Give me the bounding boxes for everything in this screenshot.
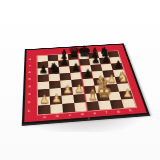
piece-white-bishop[interactable]: ♝ [86, 88, 99, 102]
square-b6[interactable]: ♞ [48, 67, 59, 74]
square-d3[interactable]: ♟ [72, 86, 85, 94]
square-d6[interactable]: ♟ [69, 66, 81, 73]
piece-black-pawn[interactable]: ♟ [39, 65, 48, 75]
board-red-border: 87654321 abcdefgh ♝♛♚♝♞♟♟♟♟♞♟♟♟♟♟♞♟♟♛♟♟♝… [22, 43, 150, 124]
piece-white-pawn[interactable]: ♟ [122, 88, 132, 99]
piece-black-pawn[interactable]: ♟ [114, 60, 123, 70]
rank-label-8: 8 [29, 58, 31, 60]
file-label-d: d [81, 113, 84, 116]
file-label-b: b [56, 115, 59, 119]
rank-labels: 87654321 [27, 56, 31, 115]
board-grid: ♝♛♚♝♞♟♟♟♟♞♟♟♟♟♟♞♟♟♛♟♟♝♚♟ [38, 51, 136, 114]
file-label-h: h [129, 109, 133, 112]
piece-black-pawn[interactable]: ♟ [102, 54, 111, 63]
square-h1[interactable] [121, 99, 135, 108]
rank-label-3: 3 [28, 93, 31, 96]
square-a5[interactable] [38, 74, 49, 82]
piece-black-pawn[interactable]: ♟ [83, 69, 92, 79]
square-f7[interactable]: ♟ [89, 58, 101, 65]
board-playing-area: ♝♛♚♝♞♟♟♟♟♞♟♟♟♟♟♞♟♟♛♟♟♝♚♟ [38, 51, 136, 114]
chess-board: 87654321 abcdefgh ♝♛♚♝♞♟♟♟♟♞♟♟♟♟♟♞♟♟♛♟♟♝… [22, 43, 150, 124]
square-a1[interactable] [38, 105, 51, 115]
file-label-g: g [117, 110, 121, 113]
rank-label-2: 2 [28, 101, 31, 104]
file-label-f: f [105, 111, 107, 114]
piece-black-knight[interactable]: ♞ [48, 61, 59, 74]
piece-black-pawn[interactable]: ♟ [60, 57, 69, 67]
piece-white-pawn[interactable]: ♟ [74, 84, 84, 95]
piece-white-pawn[interactable]: ♟ [39, 94, 49, 105]
square-e2[interactable]: ♝ [85, 93, 98, 102]
square-a6[interactable]: ♟ [38, 68, 49, 75]
file-label-a: a [43, 116, 46, 120]
chess-set-photo: 87654321 abcdefgh ♝♛♚♝♞♟♟♟♟♞♟♟♟♟♟♞♟♟♛♟♟♝… [0, 0, 160, 160]
square-b2[interactable]: ♟ [50, 96, 62, 105]
square-e1[interactable] [86, 101, 100, 110]
rank-label-7: 7 [28, 64, 30, 66]
square-c5[interactable] [59, 73, 71, 81]
square-b1[interactable] [50, 104, 63, 114]
square-c1[interactable] [62, 103, 75, 113]
file-label-e: e [93, 112, 96, 115]
square-h2[interactable]: ♟ [119, 91, 133, 100]
square-c6[interactable] [59, 66, 70, 73]
square-c3[interactable]: ♟ [61, 87, 73, 96]
piece-white-pawn[interactable]: ♟ [63, 85, 73, 96]
square-e5[interactable]: ♟ [81, 72, 93, 80]
rank-label-4: 4 [28, 85, 31, 88]
square-d8[interactable]: ♛ [68, 53, 79, 60]
file-label-c: c [68, 114, 71, 117]
piece-white-knight[interactable]: ♞ [117, 70, 129, 83]
piece-black-pawn[interactable]: ♟ [91, 55, 100, 65]
rank-label-5: 5 [28, 78, 31, 81]
square-a2[interactable]: ♟ [38, 97, 50, 106]
rank-label-6: 6 [28, 71, 31, 74]
square-h4[interactable]: ♞ [115, 76, 128, 84]
piece-white-pawn[interactable]: ♟ [51, 93, 61, 104]
square-d1[interactable] [74, 102, 87, 111]
piece-black-pawn[interactable]: ♟ [71, 63, 80, 73]
rank-label-1: 1 [27, 109, 30, 112]
